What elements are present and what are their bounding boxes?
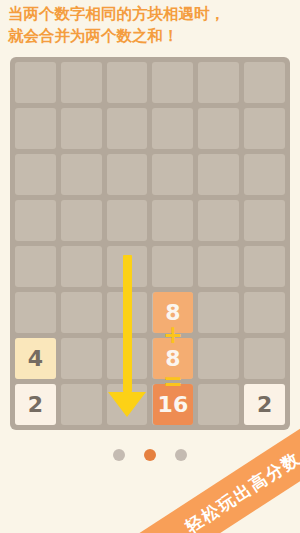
- board-cell: [244, 108, 285, 149]
- board-cell: [107, 154, 148, 195]
- board-cell: [15, 246, 56, 287]
- board-cell: [152, 200, 193, 241]
- equals-operator: =: [157, 370, 189, 394]
- board-cell: [61, 338, 102, 379]
- board-cell: [152, 246, 193, 287]
- tutorial-text-line2: 就会合并为两个数之和！: [8, 25, 296, 47]
- board-cell: [107, 108, 148, 149]
- board-cell: [198, 62, 239, 103]
- board-cell: [107, 200, 148, 241]
- board-cell: [61, 292, 102, 333]
- board-cell: [198, 108, 239, 149]
- page-dot-1-active[interactable]: [144, 449, 156, 461]
- board-cell: [198, 154, 239, 195]
- board-cell: [152, 62, 193, 103]
- board-cell: [61, 108, 102, 149]
- board-cell: [15, 384, 56, 425]
- board-cell: [15, 200, 56, 241]
- board-cell: [244, 246, 285, 287]
- tutorial-text: 当两个数字相同的方块相遇时， 就会合并为两个数之和！: [8, 3, 296, 47]
- page-dot-2[interactable]: [175, 449, 187, 461]
- board-cell: [15, 338, 56, 379]
- board-cell: [152, 154, 193, 195]
- board-cell: [198, 292, 239, 333]
- board-cell: [15, 108, 56, 149]
- board-cell: [15, 154, 56, 195]
- page-dot-0[interactable]: [113, 449, 125, 461]
- plus-operator: +: [157, 323, 189, 347]
- board-cell: [244, 62, 285, 103]
- board-cell: [15, 62, 56, 103]
- board-cell: [152, 108, 193, 149]
- board-cell: [198, 200, 239, 241]
- board-cell: [198, 338, 239, 379]
- board-cell: [244, 154, 285, 195]
- board-cell: [244, 292, 285, 333]
- swipe-down-arrow-icon: [108, 392, 146, 417]
- tutorial-screen: 当两个数字相同的方块相遇时， 就会合并为两个数之和！ 8482162 + = 轻…: [0, 0, 300, 533]
- tutorial-text-line1: 当两个数字相同的方块相遇时，: [8, 3, 296, 25]
- board-cell: [61, 200, 102, 241]
- game-board[interactable]: 8482162: [10, 57, 290, 430]
- board-cell: [61, 246, 102, 287]
- board-cell: [198, 246, 239, 287]
- board-cell: [198, 384, 239, 425]
- board-cells: [10, 57, 290, 430]
- board-cell: [15, 292, 56, 333]
- board-cell: [244, 384, 285, 425]
- swipe-down-arrow-shaft: [123, 255, 132, 392]
- board-cell: [61, 154, 102, 195]
- board-cell: [61, 384, 102, 425]
- board-cell: [244, 338, 285, 379]
- board-cell: [61, 62, 102, 103]
- board-cell: [244, 200, 285, 241]
- board-cell: [107, 62, 148, 103]
